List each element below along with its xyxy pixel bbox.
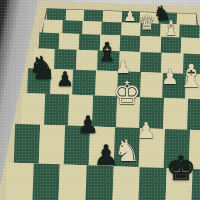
piece-white-queen-f7[interactable]: ♛ bbox=[138, 13, 156, 33]
piece-black-pawn-c3[interactable]: ♟ bbox=[77, 113, 99, 137]
piece-white-pawn-e7[interactable]: ♟ bbox=[123, 9, 136, 24]
piece-black-king-g1[interactable]: ♚ bbox=[166, 151, 196, 185]
piece-black-pawn-b4[interactable]: ♟ bbox=[56, 69, 74, 89]
piece-black-knight-a4[interactable]: ♞ bbox=[28, 52, 57, 84]
pieces-layer: ♞♟♛♝♝♟♞♟♟♝♚♟♟♞♟♚ bbox=[0, 0, 200, 200]
piece-white-bishop-h4[interactable]: ♝ bbox=[177, 60, 200, 92]
piece-black-pawn-d1[interactable]: ♟ bbox=[93, 142, 118, 170]
piece-white-bishop-g7[interactable]: ♝ bbox=[162, 18, 180, 38]
piece-white-king-e3[interactable]: ♚ bbox=[113, 77, 142, 109]
chess-photo-scene: ♞♟♛♝♝♟♞♟♟♝♚♟♟♞♟♚ bbox=[0, 0, 200, 200]
